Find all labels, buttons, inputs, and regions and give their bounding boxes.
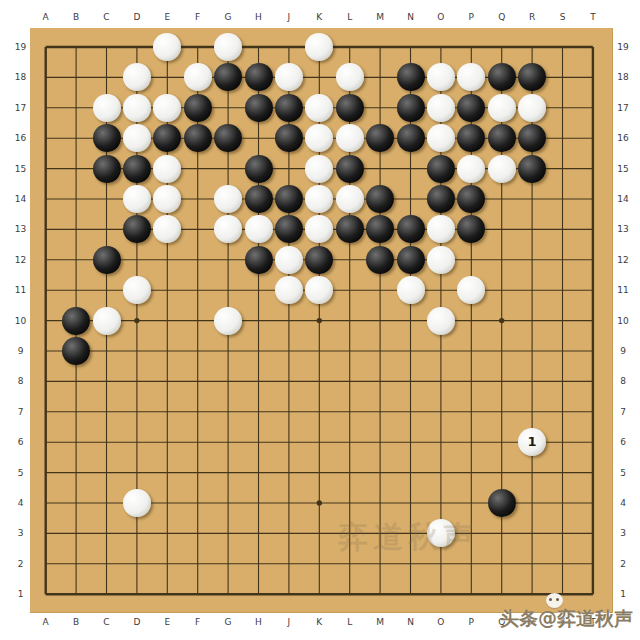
coordinate-label: E [156, 615, 178, 629]
stone-black-L15 [336, 155, 364, 183]
coordinate-label: C [96, 10, 118, 24]
stone-white-D17 [123, 94, 151, 122]
stone-black-C16 [93, 124, 121, 152]
coordinate-label: Q [491, 10, 513, 24]
coordinate-label: R [521, 10, 543, 24]
coordinate-label: N [400, 10, 422, 24]
coordinate-label: 8 [10, 374, 32, 388]
diagram-page: 1 AABBCCDDEEFFGGHHJJKKLLMMNNOOPPQQRRSSTT… [0, 0, 640, 640]
stone-white-Q17 [488, 94, 516, 122]
stone-white-J11 [275, 276, 303, 304]
coordinate-label: 11 [10, 283, 32, 297]
stone-black-Q16 [488, 124, 516, 152]
stone-black-J16 [275, 124, 303, 152]
stone-black-P17 [457, 94, 485, 122]
stone-black-H14 [245, 185, 273, 213]
coordinate-label: D [126, 615, 148, 629]
stone-black-H18 [245, 63, 273, 91]
coordinate-label: 6 [612, 435, 634, 449]
stone-white-D16 [123, 124, 151, 152]
coordinate-label: 16 [612, 131, 634, 145]
stone-white-L18 [336, 63, 364, 91]
coordinate-label: 7 [612, 405, 634, 419]
coordinate-label: H [248, 10, 270, 24]
stone-white-L16 [336, 124, 364, 152]
coordinate-label: O [430, 10, 452, 24]
stone-white-O12 [427, 246, 455, 274]
stone-white-P15 [457, 155, 485, 183]
stone-black-Q4 [488, 489, 516, 517]
coordinate-label: 9 [612, 344, 634, 358]
stone-black-C15 [93, 155, 121, 183]
stone-white-O17 [427, 94, 455, 122]
coordinate-label: 5 [10, 466, 32, 480]
stone-black-R15 [518, 155, 546, 183]
stone-white-O16 [427, 124, 455, 152]
coordinate-label: 19 [10, 40, 32, 54]
stone-white-K17 [305, 94, 333, 122]
coordinate-label: J [278, 615, 300, 629]
coordinate-label: B [65, 615, 87, 629]
stone-black-Q18 [488, 63, 516, 91]
coordinate-label: M [369, 10, 391, 24]
stone-black-C12 [93, 246, 121, 274]
coordinate-label: A [35, 615, 57, 629]
coordinate-label: 14 [10, 192, 32, 206]
stone-black-H12 [245, 246, 273, 274]
stone-black-N16 [397, 124, 425, 152]
coordinate-label: O [430, 615, 452, 629]
stone-white-O10 [427, 307, 455, 335]
board-watermark-text: 弈道秋声 [338, 517, 478, 558]
coordinate-label: L [339, 615, 361, 629]
stone-black-N12 [397, 246, 425, 274]
stone-white-G14 [214, 185, 242, 213]
stone-white-D4 [123, 489, 151, 517]
stone-black-H17 [245, 94, 273, 122]
coordinate-label: 8 [612, 374, 634, 388]
coordinate-label: 9 [10, 344, 32, 358]
stone-white-E17 [153, 94, 181, 122]
coordinate-label: 5 [612, 466, 634, 480]
coordinate-label: G [217, 10, 239, 24]
stone-black-B10 [62, 307, 90, 335]
coordinate-label: 2 [612, 557, 634, 571]
coordinate-label: 16 [10, 131, 32, 145]
stone-white-C10 [93, 307, 121, 335]
stone-white-K15 [305, 155, 333, 183]
coordinate-label: 1 [10, 587, 32, 601]
coordinate-label: T [582, 10, 604, 24]
coordinate-label: 4 [612, 496, 634, 510]
coordinate-label: 1 [612, 587, 634, 601]
stone-white-R17 [518, 94, 546, 122]
stone-black-M14 [366, 185, 394, 213]
coordinate-label: 18 [10, 70, 32, 84]
stone-white-D14 [123, 185, 151, 213]
coordinate-label: 2 [10, 557, 32, 571]
stone-black-O15 [427, 155, 455, 183]
coordinate-label: C [96, 615, 118, 629]
coordinate-label: F [187, 10, 209, 24]
stone-white-F18 [184, 63, 212, 91]
stone-black-L13 [336, 215, 364, 243]
coordinate-label: N [400, 615, 422, 629]
coordinate-label: P [460, 615, 482, 629]
coordinate-label: 15 [10, 162, 32, 176]
stone-black-B9 [62, 337, 90, 365]
coordinate-label: G [217, 615, 239, 629]
corner-watermark-text: 头条@弈道秋声 [500, 606, 640, 632]
coordinate-label: L [339, 10, 361, 24]
stone-white-Q15 [488, 155, 516, 183]
coordinate-label: 13 [10, 222, 32, 236]
coordinate-label: 18 [612, 70, 634, 84]
coordinate-label: M [369, 615, 391, 629]
stone-black-N13 [397, 215, 425, 243]
coordinate-label: 13 [612, 222, 634, 236]
stone-white-D11 [123, 276, 151, 304]
coordinate-label: 12 [10, 253, 32, 267]
coordinate-label: 14 [612, 192, 634, 206]
coordinate-label: F [187, 615, 209, 629]
stone-white-N11 [397, 276, 425, 304]
stone-black-M12 [366, 246, 394, 274]
go-board: 1 [30, 28, 613, 613]
coordinate-label: J [278, 10, 300, 24]
stone-black-L17 [336, 94, 364, 122]
stone-white-R6-move-1: 1 [518, 428, 546, 456]
coordinate-label: E [156, 10, 178, 24]
coordinate-label: K [308, 10, 330, 24]
coordinate-label: 17 [10, 101, 32, 115]
coordinate-label: K [308, 615, 330, 629]
stone-white-E15 [153, 155, 181, 183]
stone-white-H13 [245, 215, 273, 243]
stone-white-C17 [93, 94, 121, 122]
stone-black-N18 [397, 63, 425, 91]
stone-black-N17 [397, 94, 425, 122]
stone-black-O14 [427, 185, 455, 213]
coordinate-label: 19 [612, 40, 634, 54]
coordinate-label: 10 [10, 314, 32, 328]
coordinate-label: 11 [612, 283, 634, 297]
stone-white-J12 [275, 246, 303, 274]
stone-white-L14 [336, 185, 364, 213]
stone-black-J17 [275, 94, 303, 122]
stone-black-F16 [184, 124, 212, 152]
coordinate-label: 3 [612, 526, 634, 540]
coordinate-label: 3 [10, 526, 32, 540]
coordinate-label: S [552, 10, 574, 24]
move-number-label: 1 [518, 428, 546, 456]
stone-white-G19 [214, 33, 242, 61]
coordinate-label: 12 [612, 253, 634, 267]
stone-black-K12 [305, 246, 333, 274]
coordinate-label: H [248, 615, 270, 629]
coordinate-label: B [65, 10, 87, 24]
coordinate-label: A [35, 10, 57, 24]
coordinate-label: 10 [612, 314, 634, 328]
stone-black-H15 [245, 155, 273, 183]
coordinate-label: D [126, 10, 148, 24]
coordinate-label: P [460, 10, 482, 24]
coordinate-label: 6 [10, 435, 32, 449]
stone-white-G10 [214, 307, 242, 335]
coordinate-label: 7 [10, 405, 32, 419]
coordinate-label: 4 [10, 496, 32, 510]
stone-black-D15 [123, 155, 151, 183]
coordinate-label: 15 [612, 162, 634, 176]
coordinate-label: 17 [612, 101, 634, 115]
stone-black-J14 [275, 185, 303, 213]
stone-black-F17 [184, 94, 212, 122]
